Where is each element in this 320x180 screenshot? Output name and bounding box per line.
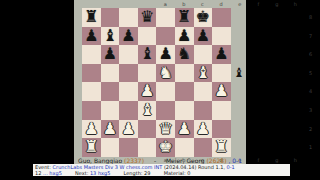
white-queen-e2: ♛ [156, 120, 175, 139]
square-g3 [194, 101, 213, 120]
square-f5 [175, 64, 194, 83]
white-bishop-g5: ♝ [194, 64, 213, 83]
square-a6 [82, 45, 101, 64]
square-d8: ♛ [138, 8, 157, 27]
square-c5 [119, 64, 138, 83]
rank-labels-right: 87654321 [309, 8, 312, 157]
square-b2: ♟ [101, 120, 120, 139]
black-king-g8: ♚ [194, 8, 213, 27]
square-a2: ♟ [82, 120, 101, 139]
square-e3 [156, 101, 175, 120]
move-number: 12 [35, 170, 41, 176]
white-pawn-h4: ♟ [212, 82, 231, 101]
square-h4: ♟ [212, 82, 231, 101]
white-pawn-b2: ♟ [101, 120, 120, 139]
white-player-rating: (2337) [124, 157, 144, 164]
square-e2: ♛ [156, 120, 175, 139]
white-rook-a1: ♜ [82, 138, 101, 157]
players-line: Guo, Bangqiao (2337) - Meier, Georg (262… [0, 157, 320, 164]
square-a4 [82, 82, 101, 101]
square-f2: ♟ [175, 120, 194, 139]
square-b1 [101, 138, 120, 157]
file-label-g: g [268, 1, 287, 7]
square-f8: ♜ [175, 8, 194, 27]
rank-label-6: 6 [309, 45, 312, 64]
square-d4: ♟ [138, 82, 157, 101]
square-e8 [156, 8, 175, 27]
black-player-rating: (2628) [207, 157, 227, 164]
square-f6: ♞ [175, 45, 194, 64]
caption-box: Event: CrunchLabs Masters Div 3 W chess.… [33, 164, 290, 176]
white-player-name: Guo, Bangqiao [78, 157, 122, 164]
square-a1: ♜ [82, 138, 101, 157]
square-h2 [212, 120, 231, 139]
video-frame: abcdefgh abcdefgh 87654321 87654321 ♜♛♜♚… [0, 0, 320, 180]
black-rook-f8: ♜ [175, 8, 194, 27]
white-pawn-c2: ♟ [119, 120, 138, 139]
square-f3 [175, 101, 194, 120]
rank-label-1: 1 [309, 138, 312, 157]
black-bishop-icon: ♝ [233, 66, 245, 80]
rank-label-2: 2 [309, 120, 312, 139]
material-value: 0 [187, 170, 190, 176]
players-separator: - [154, 157, 156, 164]
white-pawn-g2: ♟ [194, 120, 213, 139]
square-g5: ♝ [194, 64, 213, 83]
square-c1 [119, 138, 138, 157]
file-label-a: a [156, 1, 175, 7]
white-pawn-a2: ♟ [82, 120, 101, 139]
file-label-e: e [230, 1, 249, 7]
white-bishop-d3: ♝ [138, 101, 157, 120]
square-b6: ♟ [101, 45, 120, 64]
rank-label-5: 5 [309, 64, 312, 83]
square-h7 [212, 27, 231, 46]
square-b8 [101, 8, 120, 27]
white-pawn-f2: ♟ [175, 120, 194, 139]
length-label: Length: [124, 170, 143, 176]
square-c2: ♟ [119, 120, 138, 139]
black-rook-a8: ♜ [82, 8, 101, 27]
black-pawn-f7: ♟ [175, 27, 194, 46]
square-h8 [212, 8, 231, 27]
square-h6: ♟ [212, 45, 231, 64]
square-g1 [194, 138, 213, 157]
square-b5 [101, 64, 120, 83]
game-result: , 0-1 [228, 157, 242, 164]
square-g2: ♟ [194, 120, 213, 139]
square-b4 [101, 82, 120, 101]
file-label-f: f [249, 1, 268, 7]
square-f1 [175, 138, 194, 157]
square-e6: ♟ [156, 45, 175, 64]
black-pawn-b6: ♟ [101, 45, 120, 64]
file-label-h: h [286, 1, 305, 7]
square-a7: ♟ [82, 27, 101, 46]
square-h1: ♜ [212, 138, 231, 157]
length-value: 29 [144, 170, 150, 176]
chess-board: ♜♛♜♚♟♝♟♟♟♟♝♟♞♟♞♝♟♟♝♟♟♟♛♟♟♜♚♜ [82, 8, 231, 157]
square-c3 [119, 101, 138, 120]
black-bishop-b7: ♝ [101, 27, 120, 46]
square-c8 [119, 8, 138, 27]
square-g8: ♚ [194, 8, 213, 27]
square-e4 [156, 82, 175, 101]
square-d7 [138, 27, 157, 46]
rank-label-4: 4 [309, 82, 312, 101]
black-pawn-a7: ♟ [82, 27, 101, 46]
rank-label-3: 3 [309, 101, 312, 120]
stats-line: 12 ... hxg5 Next: 13 hxg5 Length: 29 Mat… [35, 170, 290, 176]
square-c4 [119, 82, 138, 101]
square-b3 [101, 101, 120, 120]
material-label: Material: [164, 170, 186, 176]
next-label: Next: [75, 170, 88, 176]
square-g4 [194, 82, 213, 101]
rank-label-8: 8 [309, 8, 312, 27]
square-b7: ♝ [101, 27, 120, 46]
black-knight-f6: ♞ [175, 45, 194, 64]
square-f7: ♟ [175, 27, 194, 46]
black-pawn-h6: ♟ [212, 45, 231, 64]
black-pawn-e6: ♟ [156, 45, 175, 64]
square-a8: ♜ [82, 8, 101, 27]
square-d6: ♝ [138, 45, 157, 64]
black-pawn-g7: ♟ [194, 27, 213, 46]
next-move[interactable]: 13 hxg5 [90, 170, 110, 176]
square-h5 [212, 64, 231, 83]
white-king-e1: ♚ [156, 138, 175, 157]
black-player-name: Meier, Georg [166, 157, 205, 164]
square-d2 [138, 120, 157, 139]
square-f4 [175, 82, 194, 101]
file-label-d: d [212, 1, 231, 7]
rank-label-7: 7 [309, 27, 312, 46]
square-a5 [82, 64, 101, 83]
black-queen-d8: ♛ [138, 8, 157, 27]
white-knight-e5: ♞ [156, 64, 175, 83]
white-rook-h1: ♜ [212, 138, 231, 157]
black-bishop-d6: ♝ [138, 45, 157, 64]
square-d1 [138, 138, 157, 157]
last-move[interactable]: ... hxg5 [43, 170, 62, 176]
square-a3 [82, 101, 101, 120]
square-g6 [194, 45, 213, 64]
square-h3 [212, 101, 231, 120]
square-d5 [138, 64, 157, 83]
black-pawn-c7: ♟ [119, 27, 138, 46]
event-result: 0-1 [227, 164, 235, 170]
square-e5: ♞ [156, 64, 175, 83]
square-d3: ♝ [138, 101, 157, 120]
square-e1: ♚ [156, 138, 175, 157]
white-pawn-d4: ♟ [138, 82, 157, 101]
square-c6 [119, 45, 138, 64]
square-c7: ♟ [119, 27, 138, 46]
square-e7 [156, 27, 175, 46]
square-g7: ♟ [194, 27, 213, 46]
